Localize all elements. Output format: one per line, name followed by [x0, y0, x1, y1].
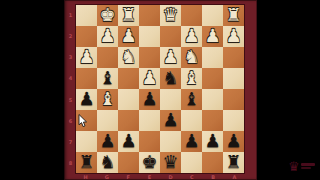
- square-d3[interactable]: ♟: [160, 47, 181, 68]
- chess-board[interactable]: ♚♜♛♜♟♟♟♟♟♟♞♟♞♝♟♞♝♟♝♟♝♟♟♟♟♟♟♜♞♚♛♜: [75, 4, 245, 174]
- rank-label-1: 1: [66, 4, 75, 25]
- square-c5[interactable]: ♝: [181, 89, 202, 110]
- rank-label-8: 8: [66, 153, 75, 174]
- square-a5[interactable]: [223, 89, 244, 110]
- file-label-f: f: [118, 173, 139, 180]
- white-rook-piece[interactable]: ♜: [225, 6, 241, 24]
- square-g5[interactable]: ♝: [97, 89, 118, 110]
- square-g2[interactable]: ♟: [97, 26, 118, 47]
- square-g1[interactable]: ♚: [97, 5, 118, 26]
- square-d4[interactable]: ♞: [160, 68, 181, 89]
- black-pawn-piece[interactable]: ♟: [99, 132, 115, 150]
- square-e3[interactable]: [139, 47, 160, 68]
- black-king-piece[interactable]: ♚: [141, 153, 157, 171]
- square-e2[interactable]: [139, 26, 160, 47]
- square-d2[interactable]: [160, 26, 181, 47]
- square-a7[interactable]: ♟: [223, 131, 244, 152]
- square-b3[interactable]: [202, 47, 223, 68]
- square-f4[interactable]: [118, 68, 139, 89]
- white-rook-piece[interactable]: ♜: [120, 6, 136, 24]
- square-a4[interactable]: [223, 68, 244, 89]
- black-pawn-piece[interactable]: ♟: [204, 132, 220, 150]
- mouse-cursor-icon: [78, 114, 88, 128]
- square-b6[interactable]: [202, 110, 223, 131]
- file-label-c: c: [181, 173, 202, 180]
- square-c8[interactable]: [181, 152, 202, 173]
- white-pawn-piece[interactable]: ♟: [141, 69, 157, 87]
- square-d6[interactable]: ♟: [160, 110, 181, 131]
- black-pawn-piece[interactable]: ♟: [78, 90, 94, 108]
- black-knight-piece[interactable]: ♞: [99, 153, 115, 171]
- white-pawn-piece[interactable]: ♟: [204, 27, 220, 45]
- square-f6[interactable]: [118, 110, 139, 131]
- square-a3[interactable]: [223, 47, 244, 68]
- file-label-a: a: [224, 173, 245, 180]
- watermark-text-mark: [301, 163, 315, 170]
- square-c6[interactable]: [181, 110, 202, 131]
- rank-labels: 12345678: [66, 4, 75, 174]
- square-f5[interactable]: [118, 89, 139, 110]
- board-frame: 12345678 ♚♜♛♜♟♟♟♟♟♟♞♟♞♝♟♞♝♟♝♟♝♟♟♟♟♟♟♜♞♚♛…: [64, 0, 257, 180]
- square-b1[interactable]: [202, 5, 223, 26]
- white-king-piece[interactable]: ♚: [99, 6, 115, 24]
- file-label-e: e: [139, 173, 160, 180]
- square-f1[interactable]: ♜: [118, 5, 139, 26]
- rank-label-3: 3: [66, 47, 75, 68]
- black-pawn-piece[interactable]: ♟: [120, 132, 136, 150]
- square-h2[interactable]: [76, 26, 97, 47]
- square-h7[interactable]: [76, 131, 97, 152]
- black-pawn-piece[interactable]: ♟: [225, 132, 241, 150]
- square-b7[interactable]: ♟: [202, 131, 223, 152]
- white-knight-piece[interactable]: ♞: [183, 48, 199, 66]
- white-pawn-piece[interactable]: ♟: [120, 27, 136, 45]
- square-a8[interactable]: ♜: [223, 152, 244, 173]
- black-knight-piece[interactable]: ♞: [162, 69, 178, 87]
- square-b5[interactable]: [202, 89, 223, 110]
- file-label-g: g: [96, 173, 117, 180]
- square-e6[interactable]: [139, 110, 160, 131]
- square-c3[interactable]: ♞: [181, 47, 202, 68]
- black-rook-piece[interactable]: ♜: [78, 153, 94, 171]
- file-label-h: h: [75, 173, 96, 180]
- square-g3[interactable]: [97, 47, 118, 68]
- square-g4[interactable]: ♝: [97, 68, 118, 89]
- square-h8[interactable]: ♜: [76, 152, 97, 173]
- square-d8[interactable]: ♛: [160, 152, 181, 173]
- white-pawn-piece[interactable]: ♟: [162, 48, 178, 66]
- square-c1[interactable]: [181, 5, 202, 26]
- square-e8[interactable]: ♚: [139, 152, 160, 173]
- square-g6[interactable]: [97, 110, 118, 131]
- file-labels: hgfedcba: [75, 173, 245, 180]
- white-pawn-piece[interactable]: ♟: [183, 27, 199, 45]
- square-a1[interactable]: ♜: [223, 5, 244, 26]
- white-queen-piece[interactable]: ♛: [162, 6, 178, 24]
- white-pawn-piece[interactable]: ♟: [78, 48, 94, 66]
- black-queen-piece[interactable]: ♛: [162, 153, 178, 171]
- square-e7[interactable]: [139, 131, 160, 152]
- black-bishop-piece[interactable]: ♝: [99, 69, 115, 87]
- square-a2[interactable]: ♟: [223, 26, 244, 47]
- black-bishop-piece[interactable]: ♝: [183, 90, 199, 108]
- square-f2[interactable]: ♟: [118, 26, 139, 47]
- square-f8[interactable]: [118, 152, 139, 173]
- watermark-logo: ♛: [288, 155, 316, 177]
- square-d1[interactable]: ♛: [160, 5, 181, 26]
- square-e1[interactable]: [139, 5, 160, 26]
- square-e4[interactable]: ♟: [139, 68, 160, 89]
- rank-label-7: 7: [66, 132, 75, 153]
- white-pawn-piece[interactable]: ♟: [225, 27, 241, 45]
- rank-label-5: 5: [66, 89, 75, 110]
- square-c2[interactable]: ♟: [181, 26, 202, 47]
- square-g8[interactable]: ♞: [97, 152, 118, 173]
- black-pawn-piece[interactable]: ♟: [162, 111, 178, 129]
- rank-label-4: 4: [66, 68, 75, 89]
- square-h4[interactable]: [76, 68, 97, 89]
- square-f3[interactable]: ♞: [118, 47, 139, 68]
- white-knight-piece[interactable]: ♞: [120, 48, 136, 66]
- file-label-d: d: [160, 173, 181, 180]
- black-pawn-piece[interactable]: ♟: [141, 90, 157, 108]
- watermark-chess-queen-icon: ♛: [288, 160, 300, 173]
- square-h5[interactable]: ♟: [76, 89, 97, 110]
- square-b8[interactable]: [202, 152, 223, 173]
- square-b2[interactable]: ♟: [202, 26, 223, 47]
- square-g7[interactable]: ♟: [97, 131, 118, 152]
- square-h3[interactable]: ♟: [76, 47, 97, 68]
- black-rook-piece[interactable]: ♜: [225, 153, 241, 171]
- white-bishop-piece[interactable]: ♝: [99, 90, 115, 108]
- white-pawn-piece[interactable]: ♟: [99, 27, 115, 45]
- rank-label-6: 6: [66, 110, 75, 131]
- square-c7[interactable]: ♟: [181, 131, 202, 152]
- square-e5[interactable]: ♟: [139, 89, 160, 110]
- square-a6[interactable]: [223, 110, 244, 131]
- square-b4[interactable]: [202, 68, 223, 89]
- white-bishop-piece[interactable]: ♝: [183, 69, 199, 87]
- square-c4[interactable]: ♝: [181, 68, 202, 89]
- video-frame: 12345678 ♚♜♛♜♟♟♟♟♟♟♞♟♞♝♟♞♝♟♝♟♝♟♟♟♟♟♟♜♞♚♛…: [0, 0, 320, 180]
- square-f7[interactable]: ♟: [118, 131, 139, 152]
- square-d7[interactable]: [160, 131, 181, 152]
- rank-label-2: 2: [66, 25, 75, 46]
- file-label-b: b: [203, 173, 224, 180]
- square-d5[interactable]: [160, 89, 181, 110]
- black-pawn-piece[interactable]: ♟: [183, 132, 199, 150]
- square-h1[interactable]: [76, 5, 97, 26]
